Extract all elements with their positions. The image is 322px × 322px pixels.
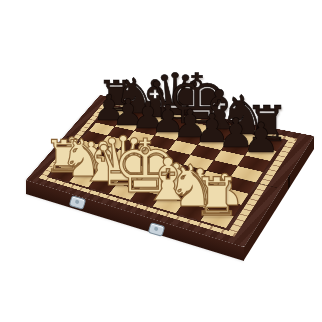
chess-set-photo: ♜♞♝♛♚♝♞♜♟♟♟♟♟♟♟♟♟♟♟♟♟♟♟♟♜♞♝♛♚♝♞♜ [0,0,322,322]
